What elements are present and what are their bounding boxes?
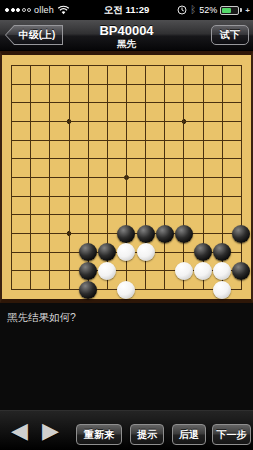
board-point[interactable] [79, 280, 98, 299]
board-point[interactable] [136, 112, 155, 131]
board-point[interactable] [136, 187, 155, 206]
board-point[interactable] [194, 56, 213, 75]
board-point[interactable] [194, 75, 213, 94]
black-stone [175, 225, 193, 243]
board-point[interactable] [79, 131, 98, 150]
board-point[interactable] [155, 56, 174, 75]
board-point[interactable] [194, 112, 213, 131]
board-point[interactable] [40, 280, 59, 299]
board-point[interactable] [155, 93, 174, 112]
battery-icon [220, 6, 239, 15]
board-point[interactable] [155, 149, 174, 168]
board-point[interactable] [194, 280, 213, 299]
hint-button[interactable]: 提示 [130, 424, 164, 445]
board-point[interactable] [79, 112, 98, 131]
board-point[interactable] [155, 280, 174, 299]
board-point[interactable] [232, 206, 251, 225]
board-point[interactable] [40, 56, 59, 75]
board-point[interactable] [213, 56, 232, 75]
board-point[interactable] [98, 280, 117, 299]
board-point[interactable] [117, 131, 136, 150]
nav-bar: 中级(上) BP40004 黑先 试下 [0, 20, 253, 51]
board-point[interactable] [59, 280, 78, 299]
board-point[interactable] [79, 149, 98, 168]
board-point[interactable] [174, 149, 193, 168]
board-point[interactable] [21, 168, 40, 187]
board-point[interactable] [2, 112, 21, 131]
board-point[interactable] [232, 149, 251, 168]
board-point[interactable] [98, 149, 117, 168]
board-point[interactable] [40, 75, 59, 94]
restart-button[interactable]: 重新来 [76, 424, 122, 445]
black-stone [79, 262, 97, 280]
board-point[interactable] [136, 280, 155, 299]
board-point[interactable] [59, 131, 78, 150]
board-point[interactable] [21, 93, 40, 112]
hint-button-label: 提示 [137, 428, 157, 442]
white-stone [98, 262, 116, 280]
board-point[interactable] [213, 112, 232, 131]
board-point[interactable] [79, 243, 98, 262]
board-point[interactable] [59, 112, 78, 131]
board-point[interactable] [98, 262, 117, 281]
board-point[interactable] [194, 243, 213, 262]
board-point[interactable] [2, 93, 21, 112]
board-point[interactable] [136, 206, 155, 225]
black-stone [79, 243, 97, 261]
board-point[interactable] [213, 280, 232, 299]
black-stone [137, 225, 155, 243]
board-point[interactable] [79, 224, 98, 243]
board-point[interactable] [98, 243, 117, 262]
board-point[interactable] [174, 56, 193, 75]
white-stone [117, 281, 135, 299]
board-point[interactable] [21, 131, 40, 150]
board-point[interactable] [174, 93, 193, 112]
board-point[interactable] [79, 56, 98, 75]
board-point[interactable] [213, 75, 232, 94]
board-point[interactable] [155, 187, 174, 206]
board-point[interactable] [232, 224, 251, 243]
board-point[interactable] [59, 262, 78, 281]
board-point[interactable] [117, 206, 136, 225]
board-point[interactable] [194, 262, 213, 281]
board-point[interactable] [117, 243, 136, 262]
board-point[interactable] [117, 112, 136, 131]
board-point[interactable] [155, 112, 174, 131]
board-point[interactable] [174, 168, 193, 187]
black-stone [194, 243, 212, 261]
black-stone [79, 281, 97, 299]
undo-button-label: 后退 [179, 428, 199, 442]
board-point[interactable] [21, 187, 40, 206]
board-point[interactable] [213, 168, 232, 187]
board-point[interactable] [155, 75, 174, 94]
board-point[interactable] [213, 131, 232, 150]
board-point[interactable] [136, 224, 155, 243]
board-point[interactable] [213, 187, 232, 206]
board-point[interactable] [21, 224, 40, 243]
white-stone [117, 243, 135, 261]
app-screen: olleh 오전 11:29 ᛒ 52% + [0, 0, 253, 450]
board-point[interactable] [40, 243, 59, 262]
next-problem-arrow[interactable]: ▶ [42, 411, 59, 450]
board-point[interactable] [21, 206, 40, 225]
black-stone [98, 243, 116, 261]
board-point[interactable] [2, 243, 21, 262]
board-point[interactable] [194, 131, 213, 150]
board-point[interactable] [98, 56, 117, 75]
board-point[interactable] [40, 168, 59, 187]
board-point[interactable] [174, 187, 193, 206]
board-point[interactable] [98, 93, 117, 112]
board-point[interactable] [40, 206, 59, 225]
board-point[interactable] [136, 131, 155, 150]
board-point[interactable] [98, 131, 117, 150]
board-point[interactable] [155, 206, 174, 225]
board-point[interactable] [117, 262, 136, 281]
board-point[interactable] [21, 75, 40, 94]
go-board-grid[interactable] [2, 56, 251, 299]
bluetooth-icon: ᛒ [190, 5, 196, 15]
board-point[interactable] [59, 224, 78, 243]
board-point[interactable] [2, 262, 21, 281]
battery-tip [240, 8, 242, 12]
board-point[interactable] [194, 187, 213, 206]
board-point[interactable] [232, 262, 251, 281]
board-point[interactable] [79, 187, 98, 206]
board-point[interactable] [79, 75, 98, 94]
alarm-clock-icon [177, 5, 187, 15]
restart-button-label: 重新来 [84, 428, 114, 442]
board-point[interactable] [174, 75, 193, 94]
board-point[interactable] [232, 112, 251, 131]
board-point[interactable] [136, 243, 155, 262]
black-stone [232, 262, 250, 280]
white-stone [213, 262, 231, 280]
board-point[interactable] [174, 243, 193, 262]
board-point[interactable] [79, 168, 98, 187]
board-point[interactable] [155, 262, 174, 281]
board-point[interactable] [117, 224, 136, 243]
board-point[interactable] [98, 187, 117, 206]
board-point[interactable] [117, 168, 136, 187]
board-point[interactable] [232, 56, 251, 75]
board-point[interactable] [136, 168, 155, 187]
battery-percent-label: 52% [199, 5, 217, 15]
board-point[interactable] [59, 187, 78, 206]
board-point[interactable] [98, 224, 117, 243]
board-point[interactable] [79, 262, 98, 281]
board-point[interactable] [98, 75, 117, 94]
board-point[interactable] [40, 112, 59, 131]
board-point[interactable] [136, 149, 155, 168]
problem-text-area: 黑先结果如何? [0, 303, 253, 410]
board-point[interactable] [117, 56, 136, 75]
board-point[interactable] [213, 243, 232, 262]
board-point[interactable] [155, 224, 174, 243]
board-point[interactable] [40, 93, 59, 112]
board-point[interactable] [59, 56, 78, 75]
board-point[interactable] [2, 206, 21, 225]
board-point[interactable] [232, 75, 251, 94]
board-point[interactable] [117, 280, 136, 299]
board-point[interactable] [2, 224, 21, 243]
board-point[interactable] [21, 243, 40, 262]
board-point[interactable] [155, 243, 174, 262]
white-stone [194, 262, 212, 280]
board-point[interactable] [213, 262, 232, 281]
board-point[interactable] [174, 112, 193, 131]
board-point[interactable] [40, 187, 59, 206]
board-point[interactable] [174, 224, 193, 243]
board-point[interactable] [136, 75, 155, 94]
board-point[interactable] [98, 112, 117, 131]
board-point[interactable] [2, 75, 21, 94]
board-point[interactable] [213, 93, 232, 112]
board-point[interactable] [194, 206, 213, 225]
white-stone [137, 243, 155, 261]
board-point[interactable] [232, 131, 251, 150]
undo-button[interactable]: 后退 [172, 424, 206, 445]
board-point[interactable] [213, 224, 232, 243]
board-point[interactable] [59, 168, 78, 187]
board-point[interactable] [155, 168, 174, 187]
board-point[interactable] [136, 56, 155, 75]
board-point[interactable] [194, 149, 213, 168]
board-point[interactable] [117, 149, 136, 168]
board-point[interactable] [117, 75, 136, 94]
board-point[interactable] [40, 224, 59, 243]
board-point[interactable] [2, 131, 21, 150]
board-point[interactable] [2, 280, 21, 299]
black-stone [232, 225, 250, 243]
previous-problem-arrow[interactable]: ◀ [11, 411, 28, 450]
board-point[interactable] [59, 243, 78, 262]
board-point[interactable] [174, 206, 193, 225]
board-point[interactable] [79, 206, 98, 225]
board-point[interactable] [232, 93, 251, 112]
board-point[interactable] [59, 75, 78, 94]
board-point[interactable] [2, 187, 21, 206]
black-stone [156, 225, 174, 243]
next-step-button[interactable]: 下一步 [212, 424, 251, 445]
board-point[interactable] [232, 168, 251, 187]
go-board [0, 51, 253, 303]
board-point[interactable] [232, 280, 251, 299]
board-point[interactable] [194, 224, 213, 243]
board-point[interactable] [213, 149, 232, 168]
board-point[interactable] [21, 56, 40, 75]
board-point[interactable] [174, 280, 193, 299]
board-point[interactable] [21, 262, 40, 281]
try-move-button[interactable]: 试下 [211, 25, 249, 45]
board-point[interactable] [117, 187, 136, 206]
board-point[interactable] [232, 187, 251, 206]
board-point[interactable] [194, 93, 213, 112]
board-point[interactable] [136, 262, 155, 281]
board-point[interactable] [174, 131, 193, 150]
problem-question: 黑先结果如何? [0, 303, 253, 325]
white-stone [175, 262, 193, 280]
board-point[interactable] [59, 93, 78, 112]
board-point[interactable] [40, 149, 59, 168]
board-point[interactable] [232, 243, 251, 262]
board-point[interactable] [21, 280, 40, 299]
charging-indicator: + [245, 6, 250, 15]
board-point[interactable] [2, 56, 21, 75]
bottom-toolbar: ◀ ▶ 重新来 提示 后退 下一步 [0, 410, 253, 450]
board-point[interactable] [21, 112, 40, 131]
black-stone [213, 243, 231, 261]
board-point[interactable] [174, 262, 193, 281]
next-step-button-label: 下一步 [217, 428, 247, 442]
board-point[interactable] [136, 93, 155, 112]
board-point[interactable] [117, 93, 136, 112]
board-point[interactable] [40, 131, 59, 150]
black-stone [117, 225, 135, 243]
board-point[interactable] [98, 206, 117, 225]
board-point[interactable] [213, 206, 232, 225]
board-point[interactable] [59, 149, 78, 168]
board-point[interactable] [79, 93, 98, 112]
try-move-button-label: 试下 [220, 28, 240, 42]
board-point[interactable] [59, 206, 78, 225]
board-point[interactable] [98, 168, 117, 187]
board-point[interactable] [2, 149, 21, 168]
board-point[interactable] [40, 262, 59, 281]
board-point[interactable] [2, 168, 21, 187]
status-bar: olleh 오전 11:29 ᛒ 52% + [0, 0, 253, 20]
board-point[interactable] [155, 131, 174, 150]
board-point[interactable] [21, 149, 40, 168]
white-stone [213, 281, 231, 299]
board-point[interactable] [194, 168, 213, 187]
battery-fill [222, 8, 231, 13]
